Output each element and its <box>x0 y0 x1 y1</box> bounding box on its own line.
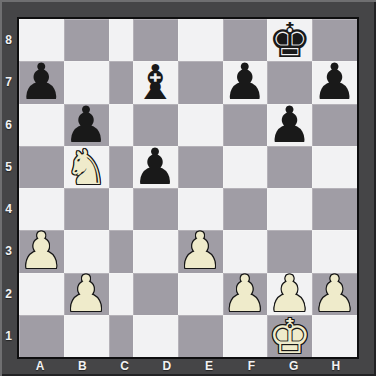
rank-label: 7 <box>0 61 17 103</box>
square-a3[interactable]: ♟ <box>19 230 64 272</box>
square-c3[interactable] <box>109 230 133 272</box>
square-f1[interactable] <box>223 315 268 357</box>
square-a6[interactable] <box>19 104 64 146</box>
square-f6[interactable] <box>223 104 268 146</box>
square-e2[interactable] <box>178 273 223 315</box>
rank-label: 2 <box>0 273 17 315</box>
square-e1[interactable] <box>178 315 223 357</box>
chess-board-frame: 87654321 ♚♟♝♟♟♟♟♞♟♟♟♟♟♟♟♚ ABCDEFGH <box>0 0 376 376</box>
square-b1[interactable] <box>64 315 109 357</box>
file-label: D <box>146 357 188 374</box>
square-g5[interactable] <box>267 146 312 188</box>
file-label: E <box>188 357 230 374</box>
square-a2[interactable] <box>19 273 64 315</box>
square-c1[interactable] <box>109 315 133 357</box>
square-b4[interactable] <box>64 188 109 230</box>
file-label: C <box>104 357 146 374</box>
file-label: H <box>315 357 357 374</box>
square-h7[interactable]: ♟ <box>312 61 357 103</box>
square-f2[interactable]: ♟ <box>223 273 268 315</box>
rank-label: 3 <box>0 230 17 272</box>
square-f5[interactable] <box>223 146 268 188</box>
file-label: A <box>19 357 61 374</box>
square-c7[interactable] <box>109 61 133 103</box>
rank-label: 8 <box>0 19 17 61</box>
square-e8[interactable] <box>178 19 223 61</box>
rank-labels: 87654321 <box>0 19 17 357</box>
square-h4[interactable] <box>312 188 357 230</box>
square-c5[interactable] <box>109 146 133 188</box>
black-pawn-g6[interactable]: ♟ <box>267 104 312 146</box>
black-bishop-d7[interactable]: ♝ <box>134 61 177 103</box>
square-e5[interactable] <box>178 146 223 188</box>
square-b2[interactable]: ♟ <box>64 273 109 315</box>
square-g6[interactable]: ♟ <box>267 104 312 146</box>
square-c4[interactable] <box>109 188 133 230</box>
square-c8[interactable] <box>109 19 133 61</box>
square-a7[interactable]: ♟ <box>19 61 64 103</box>
chess-board: ♚♟♝♟♟♟♟♞♟♟♟♟♟♟♟♚ <box>17 17 359 359</box>
file-label: G <box>273 357 315 374</box>
black-pawn-h7[interactable]: ♟ <box>312 61 357 103</box>
square-h1[interactable] <box>312 315 357 357</box>
square-d7[interactable]: ♝ <box>133 61 178 103</box>
square-h2[interactable]: ♟ <box>312 273 357 315</box>
square-g4[interactable] <box>267 188 312 230</box>
square-b5[interactable]: ♞ <box>64 146 109 188</box>
black-pawn-d5[interactable]: ♟ <box>133 146 178 188</box>
white-pawn-h2[interactable]: ♟ <box>312 273 357 315</box>
rank-label: 1 <box>0 315 17 357</box>
white-pawn-f2[interactable]: ♟ <box>223 273 268 315</box>
square-e6[interactable] <box>178 104 223 146</box>
square-d4[interactable] <box>133 188 178 230</box>
square-g1[interactable]: ♚ <box>267 315 312 357</box>
rank-label: 6 <box>0 104 17 146</box>
white-knight-b5[interactable]: ♞ <box>65 146 108 188</box>
square-e3[interactable]: ♟ <box>178 230 223 272</box>
black-pawn-a7[interactable]: ♟ <box>19 61 64 103</box>
square-h6[interactable] <box>312 104 357 146</box>
square-f4[interactable] <box>223 188 268 230</box>
square-a5[interactable] <box>19 146 64 188</box>
square-f7[interactable]: ♟ <box>223 61 268 103</box>
black-king-g8[interactable]: ♚ <box>268 19 311 61</box>
white-king-g1[interactable]: ♚ <box>268 315 311 357</box>
rank-label: 4 <box>0 188 17 230</box>
square-h5[interactable] <box>312 146 357 188</box>
white-pawn-b2[interactable]: ♟ <box>64 273 109 315</box>
square-g8[interactable]: ♚ <box>267 19 312 61</box>
white-pawn-a3[interactable]: ♟ <box>19 230 64 272</box>
file-labels: ABCDEFGH <box>19 357 357 374</box>
file-label: F <box>230 357 272 374</box>
file-label: B <box>61 357 103 374</box>
square-e7[interactable] <box>178 61 223 103</box>
square-d2[interactable] <box>133 273 178 315</box>
rank-label: 5 <box>0 146 17 188</box>
square-c6[interactable] <box>109 104 133 146</box>
square-c2[interactable] <box>109 273 133 315</box>
square-d3[interactable] <box>133 230 178 272</box>
square-a1[interactable] <box>19 315 64 357</box>
square-d5[interactable]: ♟ <box>133 146 178 188</box>
white-pawn-e3[interactable]: ♟ <box>178 230 223 272</box>
square-d1[interactable] <box>133 315 178 357</box>
square-b8[interactable] <box>64 19 109 61</box>
black-pawn-f7[interactable]: ♟ <box>223 61 268 103</box>
